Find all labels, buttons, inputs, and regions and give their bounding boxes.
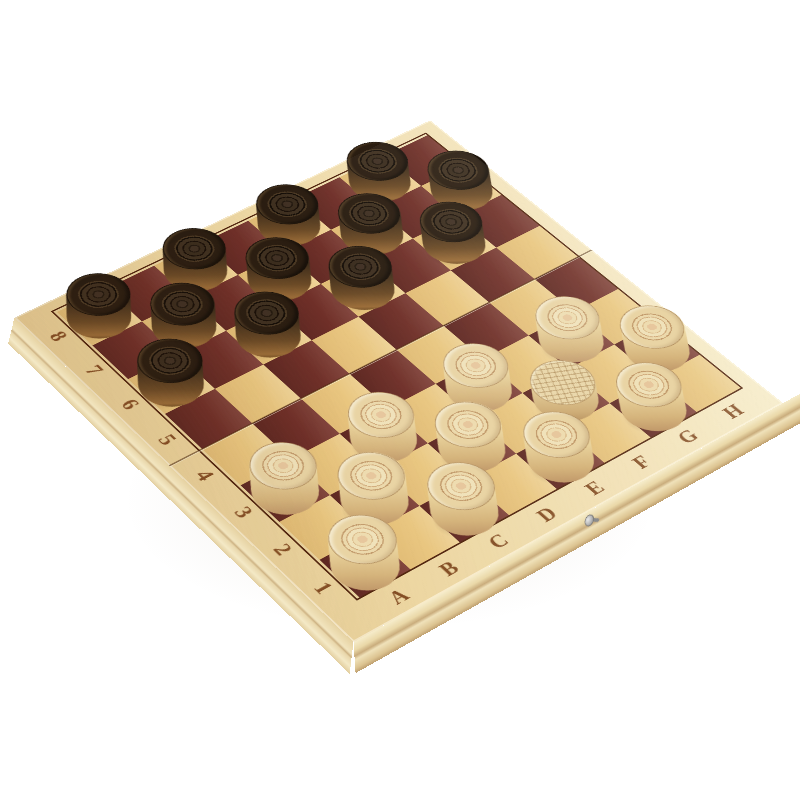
photo-stage: 87654321ABCDEFGH — [0, 0, 800, 800]
latch-pin — [584, 512, 595, 528]
